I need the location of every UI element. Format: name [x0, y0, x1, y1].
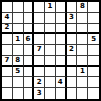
sudoku-cell-r7c6[interactable] [56, 67, 67, 78]
sudoku-cell-r8c2[interactable] [13, 77, 24, 88]
sudoku-cell-r9c5[interactable] [45, 88, 56, 99]
sudoku-cell-r6c7[interactable] [67, 56, 78, 67]
sudoku-cell-r7c4[interactable] [34, 67, 45, 78]
sudoku-cell-r3c2[interactable] [13, 24, 24, 35]
sudoku-cell-r5c5[interactable] [45, 45, 56, 56]
sudoku-cell-r4c5[interactable] [45, 34, 56, 45]
sudoku-cell-r5c4[interactable]: 7 [34, 45, 45, 56]
sudoku-cell-r4c2[interactable]: 1 [13, 34, 24, 45]
sudoku-cell-r8c7[interactable] [67, 77, 78, 88]
sudoku-cell-r6c3[interactable] [24, 56, 35, 67]
sudoku-cell-r4c1[interactable] [2, 34, 13, 45]
sudoku-cell-r1c3[interactable] [24, 2, 35, 13]
sudoku-cell-r1c1[interactable] [2, 2, 13, 13]
sudoku-cell-r9c1[interactable] [2, 88, 13, 99]
sudoku-cell-r1c7[interactable] [67, 2, 78, 13]
sudoku-cell-r2c3[interactable] [24, 13, 35, 24]
sudoku-cell-r1c2[interactable] [13, 2, 24, 13]
sudoku-cell-r5c6[interactable] [56, 45, 67, 56]
sudoku-cell-r3c1[interactable]: 2 [2, 24, 13, 35]
sudoku-cell-r7c9[interactable] [88, 67, 99, 78]
sudoku-cell-r1c8[interactable]: 8 [77, 2, 88, 13]
sudoku-cell-r2c7[interactable]: 3 [67, 13, 78, 24]
sudoku-cell-r6c4[interactable] [34, 56, 45, 67]
sudoku-cell-r5c2[interactable] [13, 45, 24, 56]
sudoku-cell-r1c6[interactable] [56, 2, 67, 13]
sudoku-cell-r6c8[interactable] [77, 56, 88, 67]
sudoku-cell-r2c9[interactable] [88, 13, 99, 24]
sudoku-cell-r5c3[interactable] [24, 45, 35, 56]
sudoku-cell-r6c5[interactable] [45, 56, 56, 67]
sudoku-cell-r2c2[interactable] [13, 13, 24, 24]
sudoku-cell-r2c5[interactable] [45, 13, 56, 24]
sudoku-cell-r7c2[interactable]: 5 [13, 67, 24, 78]
sudoku-cell-r7c1[interactable] [2, 67, 13, 78]
sudoku-cell-r3c4[interactable] [34, 24, 45, 35]
sudoku-cell-r2c6[interactable] [56, 13, 67, 24]
sudoku-cell-r9c4[interactable]: 3 [34, 88, 45, 99]
sudoku-cell-r4c8[interactable] [77, 34, 88, 45]
sudoku-cell-r9c7[interactable] [67, 88, 78, 99]
sudoku-cell-r4c9[interactable]: 5 [88, 34, 99, 45]
sudoku-cell-r3c7[interactable] [67, 24, 78, 35]
sudoku-cell-r5c1[interactable] [2, 45, 13, 56]
sudoku-cell-r2c8[interactable] [77, 13, 88, 24]
sudoku-cell-r9c8[interactable] [77, 88, 88, 99]
sudoku-cell-r4c7[interactable] [67, 34, 78, 45]
sudoku-cell-r5c7[interactable]: 2 [67, 45, 78, 56]
sudoku-page: 18432165727851243 [0, 0, 101, 101]
sudoku-cell-r1c9[interactable] [88, 2, 99, 13]
sudoku-cell-r7c3[interactable] [24, 67, 35, 78]
sudoku-cell-r3c9[interactable] [88, 24, 99, 35]
sudoku-cell-r3c8[interactable] [77, 24, 88, 35]
sudoku-cell-r9c6[interactable] [56, 88, 67, 99]
sudoku-cell-r2c1[interactable]: 4 [2, 13, 13, 24]
sudoku-cell-r3c5[interactable] [45, 24, 56, 35]
sudoku-cell-r5c8[interactable] [77, 45, 88, 56]
sudoku-cell-r5c9[interactable] [88, 45, 99, 56]
sudoku-cell-r4c4[interactable] [34, 34, 45, 45]
sudoku-cell-r4c3[interactable]: 6 [24, 34, 35, 45]
sudoku-cell-r8c6[interactable]: 4 [56, 77, 67, 88]
sudoku-cell-r8c8[interactable] [77, 77, 88, 88]
sudoku-cell-r3c3[interactable] [24, 24, 35, 35]
sudoku-cell-r9c3[interactable] [24, 88, 35, 99]
sudoku-cell-r9c2[interactable] [13, 88, 24, 99]
sudoku-cell-r3c6[interactable] [56, 24, 67, 35]
sudoku-cell-r8c3[interactable] [24, 77, 35, 88]
sudoku-cell-r1c5[interactable]: 1 [45, 2, 56, 13]
sudoku-cell-r6c6[interactable] [56, 56, 67, 67]
sudoku-cell-r6c9[interactable] [88, 56, 99, 67]
sudoku-cell-r6c2[interactable]: 8 [13, 56, 24, 67]
sudoku-cell-r8c9[interactable] [88, 77, 99, 88]
sudoku-cell-r7c5[interactable] [45, 67, 56, 78]
sudoku-cell-r7c7[interactable] [67, 67, 78, 78]
sudoku-cell-r4c6[interactable] [56, 34, 67, 45]
sudoku-cell-r2c4[interactable] [34, 13, 45, 24]
sudoku-cell-r1c4[interactable] [34, 2, 45, 13]
sudoku-cell-r6c1[interactable]: 7 [2, 56, 13, 67]
sudoku-cell-r7c8[interactable]: 1 [77, 67, 88, 78]
sudoku-cell-r8c5[interactable] [45, 77, 56, 88]
sudoku-board: 18432165727851243 [0, 0, 101, 101]
sudoku-cell-r9c9[interactable] [88, 88, 99, 99]
sudoku-cell-r8c1[interactable] [2, 77, 13, 88]
sudoku-cell-r8c4[interactable]: 2 [34, 77, 45, 88]
